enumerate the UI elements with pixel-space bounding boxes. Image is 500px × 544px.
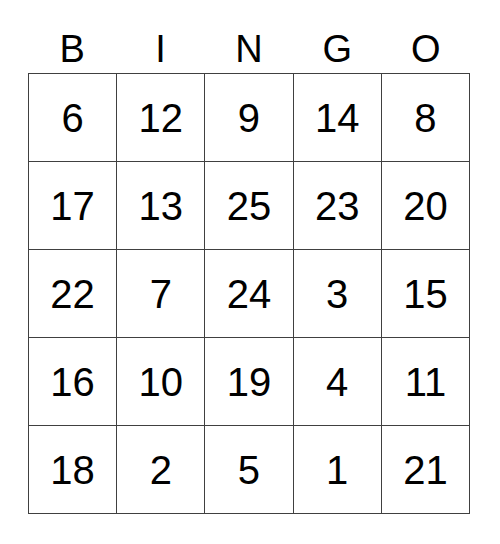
cell-r3c4[interactable]: 3	[294, 250, 381, 337]
bingo-card: BINGO 6129148171325232022724315161019411…	[28, 0, 470, 514]
cell-r5c2[interactable]: 2	[117, 426, 204, 513]
cell-r3c5[interactable]: 15	[382, 250, 469, 337]
header-letter-N: N	[205, 0, 293, 73]
header-letter-O: O	[382, 0, 470, 73]
bingo-header: BINGO	[28, 0, 470, 73]
cell-r5c5[interactable]: 21	[382, 426, 469, 513]
cell-r4c4[interactable]: 4	[294, 338, 381, 425]
cell-r1c2[interactable]: 12	[117, 74, 204, 161]
cell-r3c2[interactable]: 7	[117, 250, 204, 337]
cell-r5c3[interactable]: 5	[205, 426, 292, 513]
cell-r3c3[interactable]: 24	[205, 250, 292, 337]
cell-r4c5[interactable]: 11	[382, 338, 469, 425]
cell-r5c4[interactable]: 1	[294, 426, 381, 513]
header-letter-B: B	[28, 0, 116, 73]
cell-r1c3[interactable]: 9	[205, 74, 292, 161]
header-letter-G: G	[293, 0, 381, 73]
cell-r1c1[interactable]: 6	[29, 74, 116, 161]
cell-r4c3[interactable]: 19	[205, 338, 292, 425]
cell-r2c4[interactable]: 23	[294, 162, 381, 249]
cell-r2c1[interactable]: 17	[29, 162, 116, 249]
cell-r1c5[interactable]: 8	[382, 74, 469, 161]
header-letter-I: I	[116, 0, 204, 73]
cell-r2c5[interactable]: 20	[382, 162, 469, 249]
bingo-board: 6129148171325232022724315161019411182512…	[28, 73, 470, 514]
cell-r4c1[interactable]: 16	[29, 338, 116, 425]
cell-r4c2[interactable]: 10	[117, 338, 204, 425]
cell-r5c1[interactable]: 18	[29, 426, 116, 513]
cell-r1c4[interactable]: 14	[294, 74, 381, 161]
cell-r2c3[interactable]: 25	[205, 162, 292, 249]
cell-r3c1[interactable]: 22	[29, 250, 116, 337]
cell-r2c2[interactable]: 13	[117, 162, 204, 249]
